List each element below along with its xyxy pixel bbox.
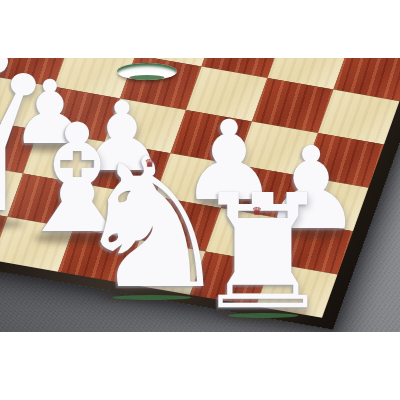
red-crown-stamp-icon: ♛ (252, 206, 262, 217)
red-crown-stamp-icon: ♛ (145, 158, 155, 169)
white-pawn-d3: ♟ (6, 62, 94, 150)
piece-shadow (0, 218, 25, 230)
piece-shadow (278, 227, 344, 239)
white-knight-f1: ♞♛ (62, 120, 242, 300)
piece-shadow (34, 232, 121, 244)
white-pawn-g3: ♟ (174, 97, 284, 207)
bishop-glyph: ♝ (2, 104, 152, 254)
queen-glyph: ♛ (0, 58, 73, 246)
piece-shadow (24, 140, 75, 152)
photo-area: ♟♟♟♟♛♝♞♛♜♛ (0, 58, 400, 332)
piece-shadow (217, 308, 309, 320)
white-king-e5 (107, 59, 187, 80)
white-bishop-e1: ♝ (2, 92, 152, 242)
pawn-glyph: ♟ (74, 89, 170, 185)
white-rook-h1: ♜♛ (184, 160, 342, 318)
chess-set-product-photo: ♟♟♟♟♛♝♞♛♜♛ (0, 0, 400, 400)
top-white-band (0, 0, 400, 58)
green-felt-rim (112, 295, 191, 300)
piece-shadow (197, 197, 261, 209)
white-pawn-e3: ♟ (74, 81, 170, 177)
pawn-glyph: ♟ (6, 69, 94, 157)
green-felt-rim (228, 313, 298, 318)
piece-shadow (94, 167, 150, 179)
piece-shadow (124, 70, 170, 82)
green-felt-rim (129, 75, 164, 80)
rook-glyph: ♜ (184, 173, 342, 331)
knight-glyph: ♞ (62, 134, 242, 314)
pawn-glyph: ♟ (254, 132, 368, 246)
pawn-glyph: ♟ (174, 106, 284, 216)
bottom-white-band (0, 332, 400, 400)
cropped-piece-base (117, 63, 177, 80)
pieces-layer: ♟♟♟♟♛♝♞♛♜♛ (0, 58, 400, 332)
white-pawn-h3: ♟ (254, 123, 368, 237)
piece-shadow (100, 290, 204, 302)
white-queen-d1: ♛ (0, 58, 73, 228)
